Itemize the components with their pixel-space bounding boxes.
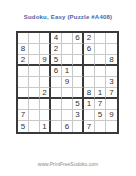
cell-r2c8[interactable]: [95, 44, 106, 55]
cell-r5c8[interactable]: [95, 77, 106, 88]
cell-r9c5: 6: [62, 121, 73, 132]
cell-r8c7[interactable]: [84, 110, 95, 121]
cell-r6c6[interactable]: [73, 88, 84, 99]
cell-r3c5[interactable]: [62, 55, 73, 66]
cell-r1c9[interactable]: [106, 33, 117, 44]
cell-r8c4[interactable]: [51, 110, 62, 121]
cell-r7c5[interactable]: [62, 99, 73, 110]
cell-r6c8: 1: [95, 88, 106, 99]
cell-r1c7: 2: [84, 33, 95, 44]
cell-r9c3: 1: [40, 121, 51, 132]
cell-r1c2[interactable]: [29, 33, 40, 44]
cell-r9c9[interactable]: [106, 121, 117, 132]
cell-r3c8[interactable]: [95, 55, 106, 66]
cell-r2c1: 8: [18, 44, 29, 55]
cell-r9c8[interactable]: [95, 121, 106, 132]
cell-r4c3[interactable]: [40, 66, 51, 77]
cell-r4c5: 1: [62, 66, 73, 77]
cell-r7c7: 1: [84, 99, 95, 110]
cell-r3c3: 9: [40, 55, 51, 66]
cell-r4c1[interactable]: [18, 66, 29, 77]
cell-r2c6[interactable]: [73, 44, 84, 55]
cell-r2c4: 2: [51, 44, 62, 55]
cell-r8c3[interactable]: [40, 110, 51, 121]
cell-r6c5[interactable]: [62, 88, 73, 99]
cell-r6c1[interactable]: [18, 88, 29, 99]
cell-r8c8: 5: [95, 110, 106, 121]
cell-r7c8: 7: [95, 99, 106, 110]
footer-url: www.PrintFreeSudoku.com: [0, 161, 136, 167]
cell-r9c7: 7: [84, 121, 95, 132]
cell-r7c3[interactable]: [40, 99, 51, 110]
cell-r2c9[interactable]: [106, 44, 117, 55]
cell-r2c5[interactable]: [62, 44, 73, 55]
cell-r3c6[interactable]: [73, 55, 84, 66]
cell-r5c3[interactable]: [40, 77, 51, 88]
cell-r7c2[interactable]: [29, 99, 40, 110]
cell-r6c3: 2: [40, 88, 51, 99]
cell-r7c1[interactable]: [18, 99, 29, 110]
cell-r8c9: 9: [106, 110, 117, 121]
cell-r1c8[interactable]: [95, 33, 106, 44]
cell-r3c9: 8: [106, 55, 117, 66]
cell-r5c5: 9: [62, 77, 73, 88]
cell-r1c5[interactable]: [62, 33, 73, 44]
cell-r5c9: 3: [106, 77, 117, 88]
cell-r4c9[interactable]: [106, 66, 117, 77]
cell-r2c3[interactable]: [40, 44, 51, 55]
cell-r5c4[interactable]: [51, 77, 62, 88]
cell-r8c2[interactable]: [29, 110, 40, 121]
cell-r3c4: 5: [51, 55, 62, 66]
cell-r7c9[interactable]: [106, 99, 117, 110]
cell-r1c1[interactable]: [18, 33, 29, 44]
sudoku-grid: 46282629586193281751773595167: [16, 31, 119, 134]
cell-r6c4[interactable]: [51, 88, 62, 99]
cell-r2c2[interactable]: [29, 44, 40, 55]
cell-r9c1: 5: [18, 121, 29, 132]
cell-r6c9: 7: [106, 88, 117, 99]
cell-r1c3[interactable]: [40, 33, 51, 44]
cell-r6c2[interactable]: [29, 88, 40, 99]
cell-r7c4[interactable]: [51, 99, 62, 110]
cell-r5c7[interactable]: [84, 77, 95, 88]
cell-r9c2[interactable]: [29, 121, 40, 132]
cell-r1c4: 4: [51, 33, 62, 44]
sudoku-print-page: Sudoku, Easy (Puzzle #A408) 462826295861…: [0, 0, 136, 176]
cell-r4c8[interactable]: [95, 66, 106, 77]
cell-r4c2[interactable]: [29, 66, 40, 77]
cell-r6c7: 8: [84, 88, 95, 99]
cell-r8c1: 7: [18, 110, 29, 121]
cell-r5c2[interactable]: [29, 77, 40, 88]
cell-r4c4: 6: [51, 66, 62, 77]
cell-r1c6: 6: [73, 33, 84, 44]
cell-r3c7[interactable]: [84, 55, 95, 66]
cell-r5c6[interactable]: [73, 77, 84, 88]
cell-r3c1: 2: [18, 55, 29, 66]
cell-r2c7: 6: [84, 44, 95, 55]
cell-r9c4[interactable]: [51, 121, 62, 132]
page-title: Sudoku, Easy (Puzzle #A408): [0, 14, 136, 20]
cell-r5c1[interactable]: [18, 77, 29, 88]
cell-r4c7[interactable]: [84, 66, 95, 77]
cell-r7c6: 5: [73, 99, 84, 110]
cell-r8c5[interactable]: [62, 110, 73, 121]
cell-r9c6[interactable]: [73, 121, 84, 132]
cell-r3c2[interactable]: [29, 55, 40, 66]
cell-r8c6: 3: [73, 110, 84, 121]
cell-r4c6[interactable]: [73, 66, 84, 77]
